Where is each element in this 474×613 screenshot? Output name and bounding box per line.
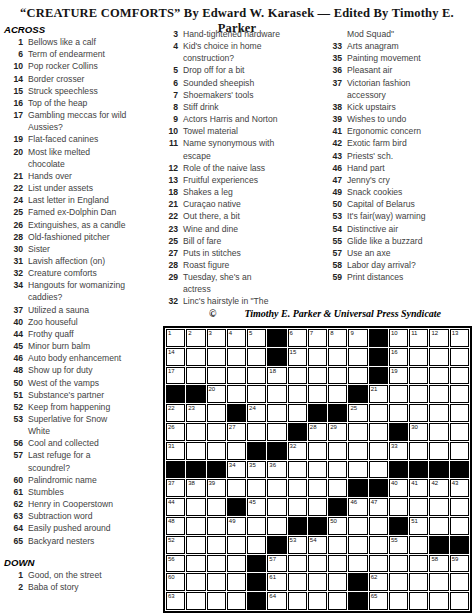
cell-r13c7[interactable] — [288, 555, 307, 573]
clue-text: Zoo houseful — [28, 316, 155, 328]
clue-number: 41 — [323, 125, 342, 137]
cell-r7c15[interactable] — [450, 442, 469, 460]
clue-text: Flat-faced canines — [28, 133, 155, 145]
cell-r7c2[interactable] — [186, 442, 205, 460]
cell-r1c7[interactable]: 6 — [288, 329, 307, 347]
cell-r9c9[interactable] — [328, 479, 347, 497]
cell-r14c6[interactable]: 61 — [267, 573, 286, 591]
cell-number: 40 — [391, 480, 398, 487]
cell-r9c8[interactable] — [308, 479, 327, 497]
cell-r11c6[interactable] — [267, 517, 286, 535]
cell-r12c9[interactable] — [328, 536, 347, 554]
cell-r7c3[interactable] — [207, 442, 226, 460]
cell-r14c3[interactable] — [207, 573, 226, 591]
clue-number: 49 — [323, 186, 342, 198]
cell-r9c12[interactable]: 40 — [389, 479, 408, 497]
cell-r6c2[interactable] — [186, 423, 205, 441]
clue-text: Hand-tightened hardware — [183, 28, 321, 40]
cell-r3c9[interactable] — [328, 367, 347, 385]
cell-r13c4[interactable] — [227, 555, 246, 573]
cell-r9c7[interactable] — [288, 479, 307, 497]
cell-r13c9[interactable] — [328, 555, 347, 573]
clue-text: Use an axe — [347, 247, 472, 259]
cell-r15c15[interactable] — [450, 592, 469, 610]
cell-r14c7[interactable] — [288, 573, 307, 591]
cell-r8c11[interactable] — [369, 461, 388, 479]
cell-r14c11[interactable]: 62 — [369, 573, 388, 591]
clue-number: 30 — [4, 243, 23, 255]
cell-r14c13[interactable] — [409, 573, 428, 591]
cell-number: 50 — [330, 518, 337, 525]
clue-number: 43 — [323, 150, 342, 162]
cell-r3c6[interactable]: 18 — [267, 367, 286, 385]
clue-text: West of the vamps — [28, 377, 155, 389]
cell-r6c6[interactable] — [267, 423, 286, 441]
clue-text: Last letter in England — [28, 194, 155, 206]
clue-down-10: 10Towel material — [159, 125, 321, 137]
cell-r11c15[interactable] — [450, 517, 469, 535]
clue-number: 5 — [159, 64, 178, 76]
clue-across-62: 62Henry in Cooperstown — [4, 498, 155, 510]
clue-text: Top of the heap — [28, 97, 155, 109]
clue-across-53: 53Superlative for Snow White — [4, 413, 155, 437]
cell-r15c9[interactable] — [328, 592, 347, 610]
clue-text: Pop rocker Collins — [28, 60, 155, 72]
cell-r14c2[interactable] — [186, 573, 205, 591]
clue-text: Most like melted chocolate — [28, 146, 155, 170]
cell-r12c13[interactable] — [409, 536, 428, 554]
cell-r9c3[interactable]: 39 — [207, 479, 226, 497]
clue-number: 63 — [4, 510, 23, 522]
cell-r2c9[interactable] — [328, 348, 347, 366]
cell-r12c15 — [450, 536, 469, 554]
cell-r5c12[interactable] — [389, 404, 408, 422]
clue-down-37: 37Victorian fashion accessory — [323, 77, 472, 101]
cell-r3c1[interactable]: 17 — [166, 367, 185, 385]
cell-r9c2[interactable]: 38 — [186, 479, 205, 497]
cell-number: 2 — [188, 330, 191, 337]
clue-down-9: 9Actors Harris and Norton — [159, 113, 321, 125]
cell-r1c1[interactable]: 1 — [166, 329, 185, 347]
cell-r14c14[interactable] — [429, 573, 448, 591]
cell-r3c3[interactable] — [207, 367, 226, 385]
cell-r2c14[interactable] — [429, 348, 448, 366]
clue-text: List under assets — [28, 182, 155, 194]
clue-text: Cool and collected — [28, 437, 155, 449]
clue-down-42: 42Exotic farm bird — [323, 137, 472, 149]
clue-number: 48 — [4, 364, 23, 376]
down-clue-list-part3: 33Arts anagram35Painting movement36Pleas… — [323, 40, 472, 283]
cell-r6c9[interactable]: 29 — [328, 423, 347, 441]
clue-number: 19 — [4, 133, 23, 145]
clue-number: 57 — [323, 247, 342, 259]
clue-across-6: 6Term of endearment — [4, 48, 155, 60]
clue-number: 14 — [4, 73, 23, 85]
cell-r12c8[interactable]: 54 — [308, 536, 327, 554]
clue-number: 18 — [159, 186, 178, 198]
cell-r5c1[interactable]: 22 — [166, 404, 185, 422]
clue-text: Utilized a sauna — [28, 304, 155, 316]
clue-text: Curaçao native — [183, 198, 321, 210]
clue-number: 22 — [4, 182, 23, 194]
clue-number: 16 — [4, 97, 23, 109]
cell-r1c14[interactable]: 12 — [429, 329, 448, 347]
clue-text: Tuesday, she's an actress — [183, 271, 321, 295]
cell-r11c14[interactable] — [429, 517, 448, 535]
cell-r15c14[interactable] — [429, 592, 448, 610]
clue-text: Roast figure — [183, 259, 321, 271]
cell-r5c10[interactable]: 25 — [348, 404, 367, 422]
cell-r13c2[interactable] — [186, 555, 205, 573]
cell-r5c14[interactable] — [429, 404, 448, 422]
cell-r2c2[interactable] — [186, 348, 205, 366]
cell-r3c11 — [369, 367, 388, 385]
cell-r13c6[interactable]: 57 — [267, 555, 286, 573]
clue-number: 57 — [4, 449, 23, 473]
clue-number: 20 — [4, 146, 23, 170]
cell-number: 23 — [188, 405, 195, 412]
cell-r10c11[interactable]: 47 — [369, 498, 388, 516]
cell-number: 13 — [452, 330, 459, 337]
cell-r3c15[interactable] — [450, 367, 469, 385]
clue-text: Struck speechless — [28, 85, 155, 97]
cell-r15c6[interactable]: 64 — [267, 592, 286, 610]
puzzle-page: “CREATURE COMFORTS” By Edward W. Karasek… — [0, 0, 474, 613]
clue-number: 46 — [4, 352, 23, 364]
clue-text: Backyard nesters — [28, 535, 155, 547]
clue-number: 34 — [4, 279, 23, 303]
clue-across-37: 37Utilized a sauna — [4, 304, 155, 316]
cell-r9c1[interactable]: 37 — [166, 479, 185, 497]
cell-r1c8[interactable]: 7 — [308, 329, 327, 347]
cell-r13c3[interactable] — [207, 555, 226, 573]
cell-r10c6[interactable] — [267, 498, 286, 516]
cell-r2c8[interactable] — [308, 348, 327, 366]
cell-r13c1[interactable]: 56 — [166, 555, 185, 573]
cell-r13c13[interactable] — [409, 555, 428, 573]
cell-r11c13[interactable]: 51 — [409, 517, 428, 535]
cell-r8c15 — [450, 461, 469, 479]
cell-r4c9[interactable] — [328, 385, 347, 403]
copyright-text: Timothy E. Parker & Universal Press Synd… — [244, 308, 441, 319]
clue-down-18: 18Shakes a leg — [159, 186, 321, 198]
cell-r15c8[interactable] — [308, 592, 327, 610]
cell-r11c10[interactable] — [348, 517, 367, 535]
cell-r4c13[interactable] — [409, 385, 428, 403]
cell-r14c5 — [247, 573, 266, 591]
cell-r10c14[interactable] — [429, 498, 448, 516]
clue-down-32: 32Linc's hairstyle in "The — [159, 295, 321, 307]
cell-r5c6[interactable] — [267, 404, 286, 422]
clue-number: 61 — [4, 486, 23, 498]
cell-r7c12[interactable]: 33 — [389, 442, 408, 460]
cell-r3c5[interactable] — [247, 367, 266, 385]
cell-r8c10[interactable] — [348, 461, 367, 479]
cell-r2c15[interactable] — [450, 348, 469, 366]
cell-r7c9[interactable] — [328, 442, 347, 460]
cell-r11c2[interactable] — [186, 517, 205, 535]
cell-r13c11[interactable] — [369, 555, 388, 573]
clue-number: 15 — [4, 85, 23, 97]
cell-number: 28 — [310, 424, 317, 431]
cell-r2c10[interactable] — [348, 348, 367, 366]
cell-r1c12[interactable]: 10 — [389, 329, 408, 347]
clue-text: Ergonomic concern — [347, 125, 472, 137]
clue-across-16: 16Top of the heap — [4, 97, 155, 109]
cell-r2c13[interactable] — [409, 348, 428, 366]
cell-r7c8[interactable] — [308, 442, 327, 460]
cell-r6c14[interactable] — [429, 423, 448, 441]
cell-r3c2[interactable] — [186, 367, 205, 385]
cell-r10c7[interactable] — [288, 498, 307, 516]
clue-number: 7 — [159, 89, 178, 101]
cell-r6c3[interactable] — [207, 423, 226, 441]
cell-r6c4[interactable]: 27 — [227, 423, 246, 441]
cell-r1c2[interactable]: 2 — [186, 329, 205, 347]
clue-text: Border crosser — [28, 73, 155, 85]
cell-r1c5[interactable]: 5 — [247, 329, 266, 347]
cell-r12c11[interactable] — [369, 536, 388, 554]
cell-r10c10[interactable]: 46 — [348, 498, 367, 516]
cell-r15c13[interactable] — [409, 592, 428, 610]
clue-number: 32 — [4, 267, 23, 279]
cell-r2c1[interactable]: 14 — [166, 348, 185, 366]
cell-r1c3[interactable]: 3 — [207, 329, 226, 347]
cell-r15c12[interactable] — [389, 592, 408, 610]
cell-r13c8[interactable] — [308, 555, 327, 573]
clue-down-55: 55Glide like a buzzard — [323, 235, 472, 247]
down-header: DOWN — [4, 557, 155, 569]
cell-r14c9[interactable] — [328, 573, 347, 591]
cell-r12c2[interactable] — [186, 536, 205, 554]
cell-r10c8[interactable] — [308, 498, 327, 516]
clue-number: 1 — [4, 569, 23, 581]
cell-r13c10[interactable] — [348, 555, 367, 573]
cell-r14c15[interactable] — [450, 573, 469, 591]
cell-r4c14[interactable] — [429, 385, 448, 403]
cell-r11c11[interactable] — [369, 517, 388, 535]
cell-r6c1[interactable]: 26 — [166, 423, 185, 441]
clue-text: Kick upstairs — [347, 101, 472, 113]
cell-r3c8[interactable] — [308, 367, 327, 385]
cell-number: 54 — [310, 537, 317, 544]
cell-number: 32 — [290, 443, 297, 450]
cell-r8c6[interactable]: 36 — [267, 461, 286, 479]
cell-r10c1[interactable]: 44 — [166, 498, 185, 516]
cell-r12c3[interactable] — [207, 536, 226, 554]
cell-r4c7[interactable] — [288, 385, 307, 403]
clue-text: Hand part — [347, 162, 472, 174]
cell-r12c10[interactable] — [348, 536, 367, 554]
cell-r5c3[interactable] — [207, 404, 226, 422]
cell-r1c4[interactable]: 4 — [227, 329, 246, 347]
clue-across-20: 20Most like melted chocolate — [4, 146, 155, 170]
cell-r3c13[interactable] — [409, 367, 428, 385]
cell-r15c11[interactable]: 65 — [369, 592, 388, 610]
cell-r6c8[interactable]: 28 — [308, 423, 327, 441]
clue-across-46: 46Auto body enhancement — [4, 352, 155, 364]
cell-r9c15[interactable]: 43 — [450, 479, 469, 497]
cell-r7c14[interactable] — [429, 442, 448, 460]
cell-r4c4[interactable] — [227, 385, 246, 403]
cell-r7c10[interactable] — [348, 442, 367, 460]
cell-r12c4[interactable] — [227, 536, 246, 554]
clue-text: Painting movement — [347, 52, 472, 64]
clue-text: Drop off for a bit — [183, 64, 321, 76]
cell-r6c15[interactable] — [450, 423, 469, 441]
cell-r5c15[interactable] — [450, 404, 469, 422]
cell-r2c3[interactable] — [207, 348, 226, 366]
clue-number: 59 — [323, 271, 342, 283]
clue-text: Good, on the street — [28, 569, 155, 581]
cell-r10c3[interactable] — [207, 498, 226, 516]
cell-r5c5[interactable]: 24 — [247, 404, 266, 422]
cell-r9c6[interactable] — [267, 479, 286, 497]
cell-r5c2[interactable]: 23 — [186, 404, 205, 422]
cell-r11c3[interactable] — [207, 517, 226, 535]
cell-r5c7[interactable] — [288, 404, 307, 422]
cell-r4c6[interactable] — [267, 385, 286, 403]
cell-r4c3[interactable]: 20 — [207, 385, 226, 403]
clue-number: 17 — [4, 109, 23, 133]
cell-r3c14[interactable] — [429, 367, 448, 385]
cell-r14c4[interactable] — [227, 573, 246, 591]
cell-r13c14[interactable]: 58 — [429, 555, 448, 573]
clue-number: 33 — [323, 40, 342, 52]
cell-r7c4[interactable] — [227, 442, 246, 460]
cell-r8c9[interactable] — [328, 461, 347, 479]
cell-r12c6 — [267, 536, 286, 554]
cell-r6c5[interactable] — [247, 423, 266, 441]
cell-r15c7[interactable] — [288, 592, 307, 610]
clue-number: 46 — [323, 162, 342, 174]
cell-number: 29 — [330, 424, 337, 431]
cell-r11c4[interactable]: 49 — [227, 517, 246, 535]
clue-number: 62 — [4, 498, 23, 510]
cell-r15c5 — [247, 592, 266, 610]
cell-r4c11[interactable]: 21 — [369, 385, 388, 403]
cell-r1c9[interactable]: 8 — [328, 329, 347, 347]
cell-r14c1[interactable]: 60 — [166, 573, 185, 591]
cell-r4c15[interactable] — [450, 385, 469, 403]
cell-r15c2[interactable] — [186, 592, 205, 610]
cell-number: 52 — [168, 537, 175, 544]
cell-r3c7[interactable] — [288, 367, 307, 385]
cell-number: 24 — [249, 405, 256, 412]
cell-r12c5[interactable] — [247, 536, 266, 554]
cell-r6c13[interactable]: 30 — [409, 423, 428, 441]
cell-r11c9[interactable]: 50 — [328, 517, 347, 535]
cell-r8c4[interactable]: 34 — [227, 461, 246, 479]
cell-r2c7[interactable]: 15 — [288, 348, 307, 366]
clue-text: Old-fashioned pitcher — [28, 231, 155, 243]
cell-r7c11[interactable] — [369, 442, 388, 460]
clue-number: 35 — [323, 52, 342, 64]
cell-r12c7[interactable]: 53 — [288, 536, 307, 554]
cell-r8c7[interactable] — [288, 461, 307, 479]
clue-number: 45 — [4, 340, 23, 352]
cell-r2c12[interactable]: 16 — [389, 348, 408, 366]
cell-r2c4[interactable] — [227, 348, 246, 366]
clue-text: Stumbles — [28, 486, 155, 498]
cell-r6c11[interactable] — [369, 423, 388, 441]
cell-r13c15[interactable]: 59 — [450, 555, 469, 573]
clue-text: Kid's choice in home construction? — [183, 40, 321, 64]
cell-r9c5[interactable] — [247, 479, 266, 497]
clue-down-58: 58Labor day arrival? — [323, 259, 472, 271]
clue-across-48: 48Show up for duty — [4, 364, 155, 376]
cell-r8c5[interactable]: 35 — [247, 461, 266, 479]
clue-number: 32 — [159, 295, 178, 307]
cell-r14c12[interactable] — [389, 573, 408, 591]
cell-r12c1[interactable]: 52 — [166, 536, 185, 554]
cell-r9c4[interactable] — [227, 479, 246, 497]
cell-r2c5[interactable] — [247, 348, 266, 366]
clue-down-5: 5Drop off for a bit — [159, 64, 321, 76]
cell-r3c10[interactable] — [348, 367, 367, 385]
cell-r9c13[interactable]: 41 — [409, 479, 428, 497]
cell-r1c10[interactable]: 9 — [348, 329, 367, 347]
cell-r12c12[interactable]: 55 — [389, 536, 408, 554]
cell-r4c10 — [348, 385, 367, 403]
cell-r10c15[interactable] — [450, 498, 469, 516]
cell-r1c13[interactable]: 11 — [409, 329, 428, 347]
clue-number: 44 — [4, 328, 23, 340]
cell-r9c14[interactable]: 42 — [429, 479, 448, 497]
cell-r10c13[interactable] — [409, 498, 428, 516]
cell-r13c12[interactable] — [389, 555, 408, 573]
clue-number: 47 — [323, 174, 342, 186]
cell-r4c5[interactable] — [247, 385, 266, 403]
cell-r1c15[interactable]: 13 — [450, 329, 469, 347]
clue-number: 8 — [159, 101, 178, 113]
cell-r3c12[interactable]: 19 — [389, 367, 408, 385]
cell-r4c12[interactable] — [389, 385, 408, 403]
cell-r4c8[interactable] — [308, 385, 327, 403]
cell-r11c5[interactable] — [247, 517, 266, 535]
cell-r5c4 — [227, 404, 246, 422]
cell-number: 22 — [168, 405, 175, 412]
cell-number: 21 — [371, 386, 378, 393]
cell-r5c13[interactable] — [409, 404, 428, 422]
clue-number: 2 — [4, 581, 23, 593]
clue-number: 58 — [323, 259, 342, 271]
clue-across-50: 50West of the vamps — [4, 377, 155, 389]
cell-r15c1[interactable]: 63 — [166, 592, 185, 610]
cell-r15c4[interactable] — [227, 592, 246, 610]
cell-r15c3[interactable] — [207, 592, 226, 610]
clue-text: Extinguishes, as a candle — [28, 219, 155, 231]
cell-r10c5[interactable]: 45 — [247, 498, 266, 516]
cell-r7c13[interactable] — [409, 442, 428, 460]
cell-r3c4[interactable] — [227, 367, 246, 385]
cell-number: 45 — [249, 499, 256, 506]
cell-number: 12 — [431, 330, 438, 337]
cell-r5c11[interactable] — [369, 404, 388, 422]
cell-r11c1[interactable]: 48 — [166, 517, 185, 535]
cell-r10c2[interactable] — [186, 498, 205, 516]
cell-r14c8[interactable] — [308, 573, 327, 591]
cell-r6c10[interactable] — [348, 423, 367, 441]
cell-number: 61 — [269, 574, 276, 581]
clue-text: Arts anagram — [347, 40, 472, 52]
cell-r7c1[interactable]: 31 — [166, 442, 185, 460]
cell-r9c11 — [369, 479, 388, 497]
cell-r7c7[interactable]: 32 — [288, 442, 307, 460]
cell-r10c12[interactable] — [389, 498, 408, 516]
cell-r8c8[interactable] — [308, 461, 327, 479]
cell-r12c14 — [429, 536, 448, 554]
